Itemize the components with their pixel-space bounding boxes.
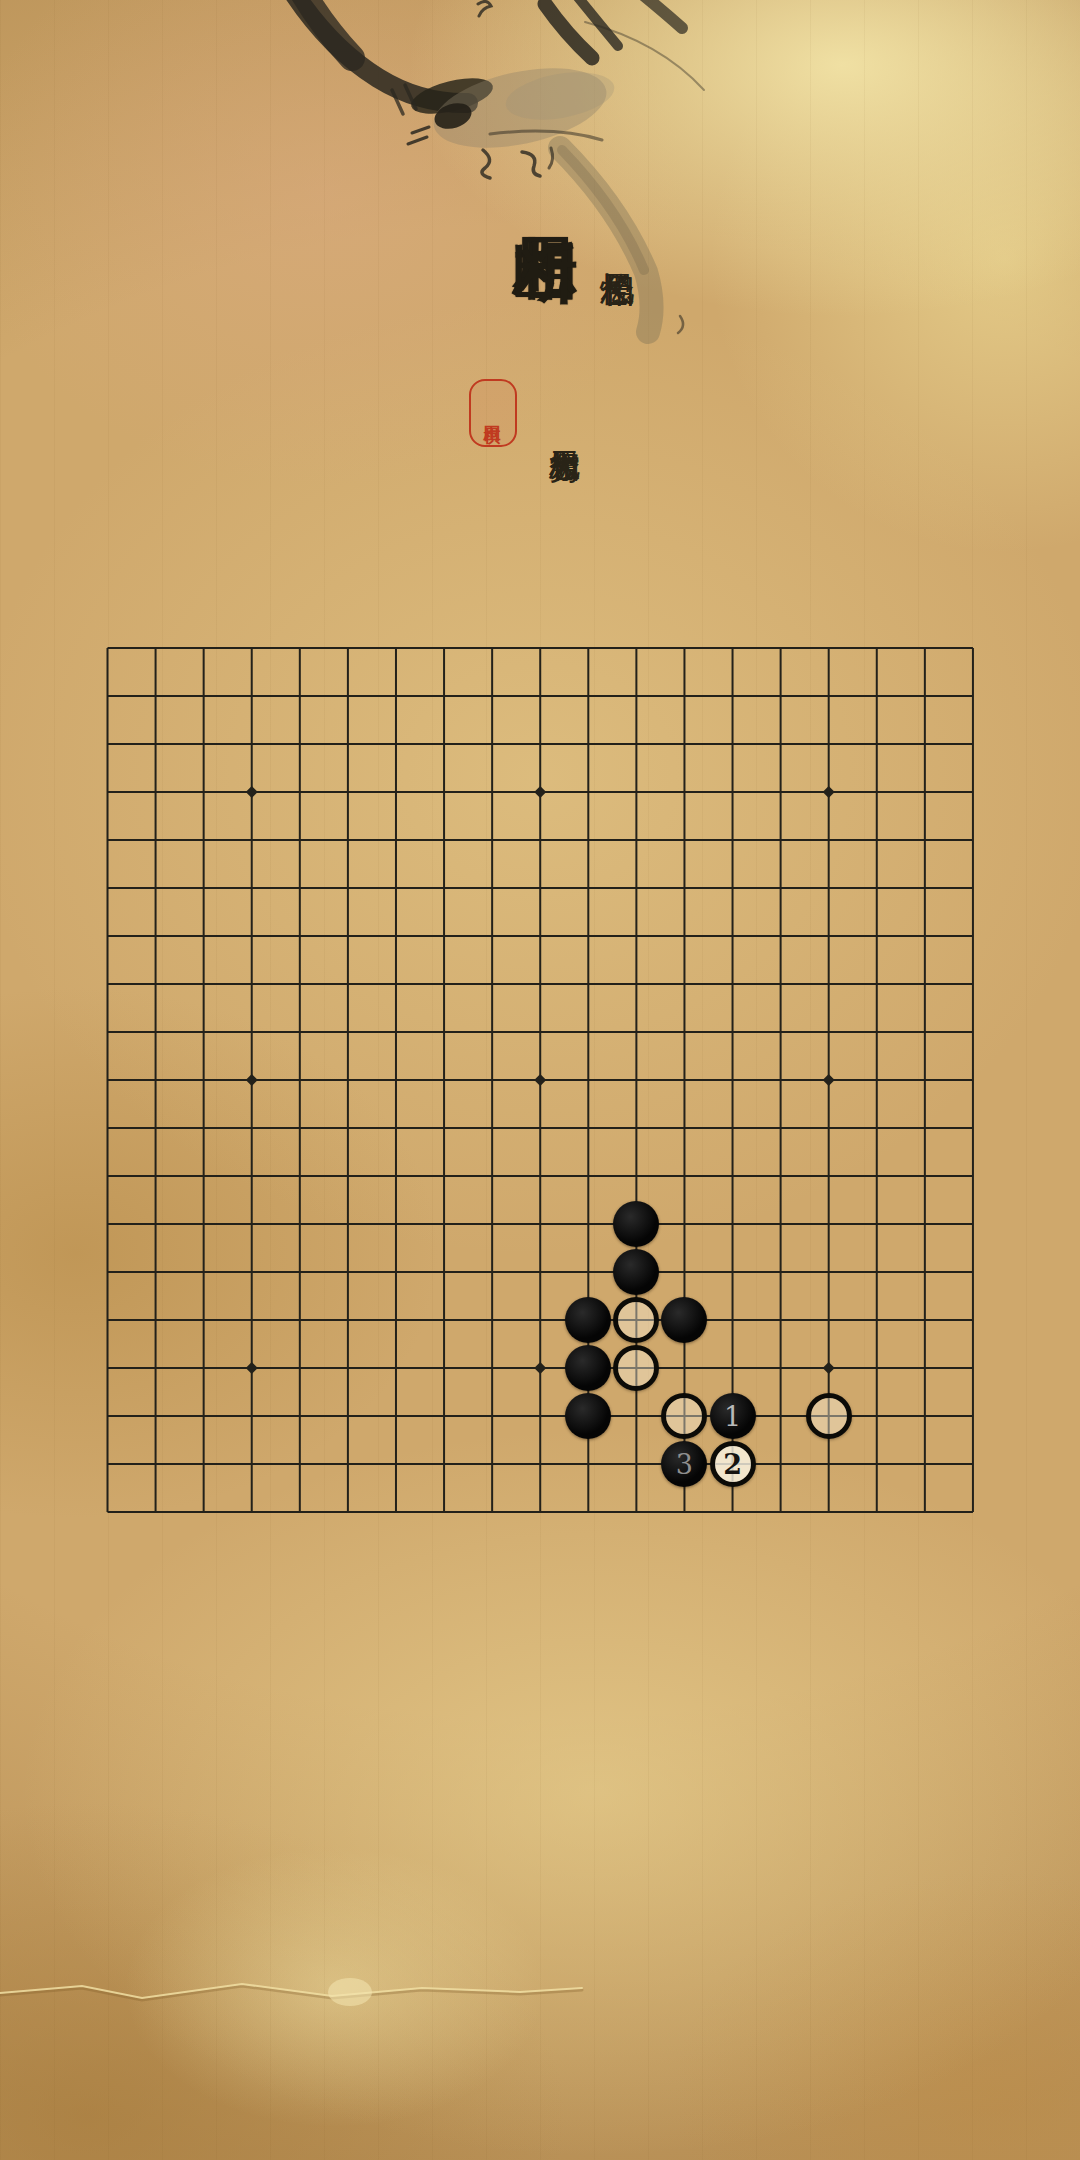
- stone-black: [565, 1393, 611, 1439]
- move-number-label: 3: [676, 1451, 693, 1478]
- go-art-poster: 相思断 长相思兮长相忆 短相思兮无穷极 围棋 132: [0, 0, 1080, 2160]
- move-number-label: 1: [724, 1403, 741, 1430]
- star-point: [823, 1074, 835, 1086]
- stone-black: [565, 1297, 611, 1343]
- star-point: [823, 1362, 835, 1374]
- stone-white-move-2: 2: [710, 1441, 756, 1487]
- stone-black-move-1: 1: [710, 1393, 756, 1439]
- go-board-grid: [0, 0, 1080, 2160]
- star-point: [246, 1074, 258, 1086]
- move-number-label: 2: [723, 1451, 742, 1478]
- star-point: [823, 786, 835, 798]
- star-point: [534, 1362, 546, 1374]
- star-point: [246, 786, 258, 798]
- stone-black: [565, 1345, 611, 1391]
- star-point: [534, 786, 546, 798]
- stone-white: [806, 1393, 852, 1439]
- star-point: [534, 1074, 546, 1086]
- star-point: [246, 1362, 258, 1374]
